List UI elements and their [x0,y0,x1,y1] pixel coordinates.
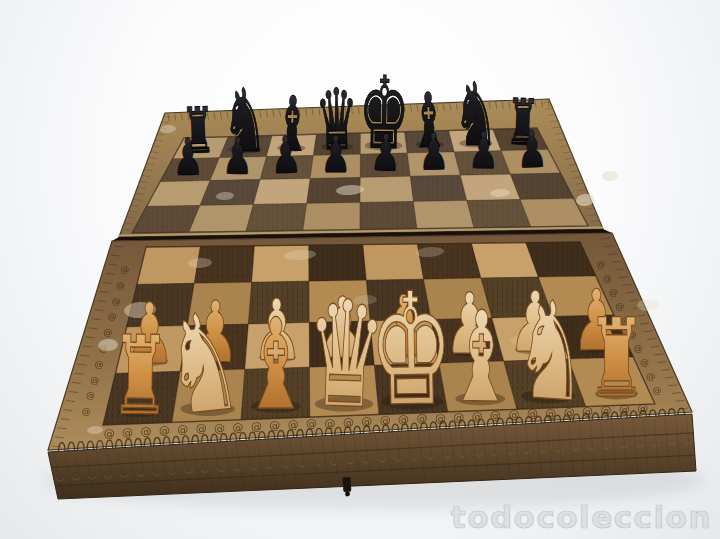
piece-white-knight-g1[interactable]: ♞ [510,270,594,432]
board-root: @@@@@@@@@@@@@@@@@@@@@@@@@@@@@@@@@@@@@@@@… [48,55,696,499]
watermark: todocoleccion [451,499,712,535]
piece-black-pawn-h7[interactable]: ♟ [516,119,549,179]
piece-white-rook-h1[interactable]: ♜ [587,294,646,421]
spiral-motif: @ [82,406,91,416]
scuff-mark [602,170,619,181]
spiral-motif: @ [112,296,121,306]
piece-white-bishop-c1[interactable]: ♝ [242,292,310,437]
spiral-motif: @ [652,385,661,395]
piece-white-king-e1[interactable]: ♚ [367,259,454,441]
piece-white-bishop-f1[interactable]: ♝ [446,284,517,430]
spiral-motif: @ [646,371,655,381]
piece-black-pawn-c7[interactable]: ♟ [270,125,303,185]
piece-black-pawn-d7[interactable]: ♟ [320,124,350,183]
piece-black-pawn-g7[interactable]: ♟ [468,121,499,180]
spiral-motif: @ [90,375,99,385]
spiral-motif: @ [597,259,606,269]
chessboard-photo: @@@@@@@@@@@@@@@@@@@@@@@@@@@@@@@@@@@@@@@@… [0,0,720,539]
piece-black-pawn-b7[interactable]: ♟ [222,126,253,185]
piece-black-pawn-e7[interactable]: ♟ [369,123,402,183]
spiral-motif: @ [95,359,104,369]
piece-black-pawn-a7[interactable]: ♟ [172,127,203,186]
piece-black-pawn-f7[interactable]: ♟ [418,122,449,181]
spiral-motif: @ [86,390,95,400]
spiral-motif: @ [120,264,129,274]
